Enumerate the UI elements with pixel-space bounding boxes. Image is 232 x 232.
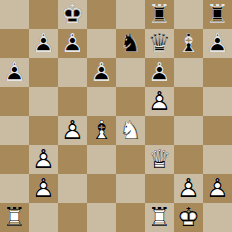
chess-board: ♚♔♜♖♜♖♟♙♟♙♞♘♛♕♝♗♟♙♟♙♟♙♟♙♟♙♟♙♝♗♞♘♟♙♛♕♟♙♟♙… (0, 0, 232, 232)
square-e3[interactable] (116, 145, 145, 174)
square-d4[interactable]: ♝♗ (87, 116, 116, 145)
piece-outline-glyph: ♖ (0, 203, 29, 232)
piece-outline-glyph: ♙ (58, 29, 87, 58)
piece-outline-glyph: ♙ (145, 58, 174, 87)
square-c2[interactable] (58, 174, 87, 203)
piece-outline-glyph: ♘ (116, 29, 145, 58)
square-b1[interactable] (29, 203, 58, 232)
piece-outline-glyph: ♙ (0, 58, 29, 87)
square-g3[interactable] (174, 145, 203, 174)
piece-black-knight[interactable]: ♞♘ (116, 29, 145, 58)
piece-outline-glyph: ♖ (203, 0, 232, 29)
square-f8[interactable]: ♜♖ (145, 0, 174, 29)
square-a5[interactable] (0, 87, 29, 116)
piece-outline-glyph: ♙ (87, 58, 116, 87)
piece-outline-glyph: ♖ (145, 203, 174, 232)
piece-outline-glyph: ♔ (174, 203, 203, 232)
square-e5[interactable] (116, 87, 145, 116)
piece-outline-glyph: ♖ (145, 0, 174, 29)
square-d8[interactable] (87, 0, 116, 29)
square-h5[interactable] (203, 87, 232, 116)
square-c7[interactable]: ♟♙ (58, 29, 87, 58)
square-d3[interactable] (87, 145, 116, 174)
square-g6[interactable] (174, 58, 203, 87)
piece-black-rook[interactable]: ♜♖ (203, 0, 232, 29)
square-d2[interactable] (87, 174, 116, 203)
square-c1[interactable] (58, 203, 87, 232)
square-e8[interactable] (116, 0, 145, 29)
square-d1[interactable] (87, 203, 116, 232)
square-c6[interactable] (58, 58, 87, 87)
piece-outline-glyph: ♕ (145, 145, 174, 174)
square-d5[interactable] (87, 87, 116, 116)
piece-white-pawn[interactable]: ♟♙ (29, 145, 58, 174)
piece-white-rook[interactable]: ♜♖ (145, 203, 174, 232)
piece-white-pawn[interactable]: ♟♙ (203, 174, 232, 203)
piece-outline-glyph: ♙ (29, 145, 58, 174)
square-g5[interactable] (174, 87, 203, 116)
piece-white-pawn[interactable]: ♟♙ (58, 116, 87, 145)
piece-outline-glyph: ♙ (203, 29, 232, 58)
piece-outline-glyph: ♔ (58, 0, 87, 29)
square-g2[interactable]: ♟♙ (174, 174, 203, 203)
square-e2[interactable] (116, 174, 145, 203)
piece-outline-glyph: ♕ (145, 29, 174, 58)
square-f4[interactable] (145, 116, 174, 145)
square-d6[interactable]: ♟♙ (87, 58, 116, 87)
square-h6[interactable] (203, 58, 232, 87)
square-c4[interactable]: ♟♙ (58, 116, 87, 145)
square-a7[interactable] (0, 29, 29, 58)
piece-outline-glyph: ♙ (145, 87, 174, 116)
square-b8[interactable] (29, 0, 58, 29)
piece-white-knight[interactable]: ♞♘ (116, 116, 145, 145)
square-f2[interactable] (145, 174, 174, 203)
square-c8[interactable]: ♚♔ (58, 0, 87, 29)
piece-black-king[interactable]: ♚♔ (58, 0, 87, 29)
piece-black-pawn[interactable]: ♟♙ (0, 58, 29, 87)
square-f1[interactable]: ♜♖ (145, 203, 174, 232)
square-a2[interactable] (0, 174, 29, 203)
square-f6[interactable]: ♟♙ (145, 58, 174, 87)
piece-white-queen[interactable]: ♛♕ (145, 145, 174, 174)
piece-black-pawn[interactable]: ♟♙ (203, 29, 232, 58)
square-h1[interactable] (203, 203, 232, 232)
square-a1[interactable]: ♜♖ (0, 203, 29, 232)
piece-outline-glyph: ♙ (203, 174, 232, 203)
square-a8[interactable] (0, 0, 29, 29)
piece-white-rook[interactable]: ♜♖ (0, 203, 29, 232)
piece-black-pawn[interactable]: ♟♙ (145, 58, 174, 87)
square-e1[interactable] (116, 203, 145, 232)
piece-white-king[interactable]: ♚♔ (174, 203, 203, 232)
square-b3[interactable]: ♟♙ (29, 145, 58, 174)
square-h7[interactable]: ♟♙ (203, 29, 232, 58)
piece-black-pawn[interactable]: ♟♙ (58, 29, 87, 58)
square-b6[interactable] (29, 58, 58, 87)
square-f5[interactable]: ♟♙ (145, 87, 174, 116)
square-f3[interactable]: ♛♕ (145, 145, 174, 174)
piece-white-pawn[interactable]: ♟♙ (174, 174, 203, 203)
square-h2[interactable]: ♟♙ (203, 174, 232, 203)
square-b7[interactable]: ♟♙ (29, 29, 58, 58)
square-a3[interactable] (0, 145, 29, 174)
piece-white-pawn[interactable]: ♟♙ (145, 87, 174, 116)
square-b4[interactable] (29, 116, 58, 145)
square-h3[interactable] (203, 145, 232, 174)
square-g7[interactable]: ♝♗ (174, 29, 203, 58)
square-e6[interactable] (116, 58, 145, 87)
piece-white-bishop[interactable]: ♝♗ (87, 116, 116, 145)
piece-outline-glyph: ♙ (29, 29, 58, 58)
square-b2[interactable]: ♟♙ (29, 174, 58, 203)
square-c5[interactable] (58, 87, 87, 116)
square-g8[interactable] (174, 0, 203, 29)
piece-outline-glyph: ♙ (174, 174, 203, 203)
square-g4[interactable] (174, 116, 203, 145)
piece-outline-glyph: ♗ (87, 116, 116, 145)
piece-black-rook[interactable]: ♜♖ (145, 0, 174, 29)
square-g1[interactable]: ♚♔ (174, 203, 203, 232)
piece-black-pawn[interactable]: ♟♙ (87, 58, 116, 87)
square-e4[interactable]: ♞♘ (116, 116, 145, 145)
square-h4[interactable] (203, 116, 232, 145)
square-a6[interactable]: ♟♙ (0, 58, 29, 87)
square-c3[interactable] (58, 145, 87, 174)
piece-white-pawn[interactable]: ♟♙ (29, 174, 58, 203)
piece-outline-glyph: ♗ (174, 29, 203, 58)
square-b5[interactable] (29, 87, 58, 116)
piece-black-queen[interactable]: ♛♕ (145, 29, 174, 58)
piece-outline-glyph: ♙ (58, 116, 87, 145)
square-e7[interactable]: ♞♘ (116, 29, 145, 58)
piece-outline-glyph: ♘ (116, 116, 145, 145)
piece-outline-glyph: ♙ (29, 174, 58, 203)
square-h8[interactable]: ♜♖ (203, 0, 232, 29)
square-a4[interactable] (0, 116, 29, 145)
piece-black-bishop[interactable]: ♝♗ (174, 29, 203, 58)
square-f7[interactable]: ♛♕ (145, 29, 174, 58)
square-d7[interactable] (87, 29, 116, 58)
piece-black-pawn[interactable]: ♟♙ (29, 29, 58, 58)
